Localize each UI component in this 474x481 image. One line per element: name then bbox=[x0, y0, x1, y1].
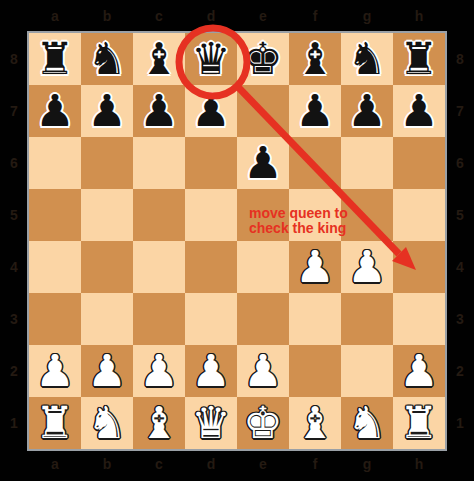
black-knight-g8: ♞ bbox=[347, 33, 386, 85]
square-a4[interactable] bbox=[29, 241, 81, 293]
square-d4[interactable] bbox=[185, 241, 237, 293]
file-label-top-b: b bbox=[81, 4, 133, 28]
rank-label-left-7: 7 bbox=[2, 85, 26, 137]
black-king-e8: ♚ bbox=[243, 33, 282, 85]
file-labels-bottom: abcdefgh bbox=[29, 452, 445, 476]
square-e8[interactable]: ♚ bbox=[237, 33, 289, 85]
annotation-text-line1: move queen to bbox=[249, 206, 348, 221]
rank-label-left-6: 6 bbox=[2, 137, 26, 189]
white-rook-h1: ♜ bbox=[399, 397, 438, 449]
square-g8[interactable]: ♞ bbox=[341, 33, 393, 85]
file-label-bottom-a: a bbox=[29, 452, 81, 476]
square-g5[interactable] bbox=[341, 189, 393, 241]
file-label-bottom-e: e bbox=[237, 452, 289, 476]
square-a5[interactable] bbox=[29, 189, 81, 241]
rank-label-left-8: 8 bbox=[2, 33, 26, 85]
white-pawn-a2: ♟ bbox=[35, 345, 74, 397]
white-bishop-c1: ♝ bbox=[139, 397, 178, 449]
black-knight-b8: ♞ bbox=[87, 33, 126, 85]
square-h4[interactable] bbox=[393, 241, 445, 293]
square-b2[interactable]: ♟ bbox=[81, 345, 133, 397]
square-d8[interactable]: ♛ bbox=[185, 33, 237, 85]
square-d1[interactable]: ♛ bbox=[185, 397, 237, 449]
rank-label-right-4: 4 bbox=[448, 241, 472, 293]
file-label-top-c: c bbox=[133, 4, 185, 28]
black-rook-a8: ♜ bbox=[35, 33, 74, 85]
square-h7[interactable]: ♟ bbox=[393, 85, 445, 137]
square-b1[interactable]: ♞ bbox=[81, 397, 133, 449]
square-e6[interactable]: ♟ bbox=[237, 137, 289, 189]
square-f3[interactable] bbox=[289, 293, 341, 345]
annotation-text-line2: check the king bbox=[249, 221, 348, 236]
black-pawn-e6: ♟ bbox=[243, 137, 282, 189]
square-f4[interactable]: ♟ bbox=[289, 241, 341, 293]
black-rook-h8: ♜ bbox=[399, 33, 438, 85]
rank-label-left-5: 5 bbox=[2, 189, 26, 241]
square-a8[interactable]: ♜ bbox=[29, 33, 81, 85]
square-d7[interactable]: ♟ bbox=[185, 85, 237, 137]
rank-label-left-3: 3 bbox=[2, 293, 26, 345]
square-f6[interactable] bbox=[289, 137, 341, 189]
board-frame: ♜♞♝♛♚♝♞♜♟♟♟♟♟♟♟♟♟♟♟♟♟♟♟♟♜♞♝♛♚♝♞♜ bbox=[27, 31, 447, 451]
rank-label-left-2: 2 bbox=[2, 345, 26, 397]
square-h5[interactable] bbox=[393, 189, 445, 241]
white-bishop-f1: ♝ bbox=[295, 397, 334, 449]
file-label-bottom-c: c bbox=[133, 452, 185, 476]
square-d3[interactable] bbox=[185, 293, 237, 345]
file-label-bottom-f: f bbox=[289, 452, 341, 476]
square-e3[interactable] bbox=[237, 293, 289, 345]
square-b6[interactable] bbox=[81, 137, 133, 189]
black-pawn-b7: ♟ bbox=[87, 85, 126, 137]
rank-label-left-4: 4 bbox=[2, 241, 26, 293]
square-c8[interactable]: ♝ bbox=[133, 33, 185, 85]
rank-label-right-1: 1 bbox=[448, 397, 472, 449]
square-b5[interactable] bbox=[81, 189, 133, 241]
white-pawn-e2: ♟ bbox=[243, 345, 282, 397]
rank-label-right-3: 3 bbox=[448, 293, 472, 345]
board: ♜♞♝♛♚♝♞♜♟♟♟♟♟♟♟♟♟♟♟♟♟♟♟♟♜♞♝♛♚♝♞♜ bbox=[29, 33, 445, 449]
square-a7[interactable]: ♟ bbox=[29, 85, 81, 137]
square-g1[interactable]: ♞ bbox=[341, 397, 393, 449]
rank-label-right-5: 5 bbox=[448, 189, 472, 241]
rank-labels-left: 87654321 bbox=[2, 33, 26, 449]
white-knight-g1: ♞ bbox=[347, 397, 386, 449]
black-pawn-a7: ♟ bbox=[35, 85, 74, 137]
square-d5[interactable] bbox=[185, 189, 237, 241]
square-e2[interactable]: ♟ bbox=[237, 345, 289, 397]
square-b8[interactable]: ♞ bbox=[81, 33, 133, 85]
square-h2[interactable]: ♟ bbox=[393, 345, 445, 397]
file-label-top-e: e bbox=[237, 4, 289, 28]
square-f1[interactable]: ♝ bbox=[289, 397, 341, 449]
square-b3[interactable] bbox=[81, 293, 133, 345]
rank-labels-right: 87654321 bbox=[448, 33, 472, 449]
square-c3[interactable] bbox=[133, 293, 185, 345]
black-pawn-h7: ♟ bbox=[399, 85, 438, 137]
square-g2[interactable] bbox=[341, 345, 393, 397]
white-pawn-h2: ♟ bbox=[399, 345, 438, 397]
white-pawn-b2: ♟ bbox=[87, 345, 126, 397]
white-queen-d1: ♛ bbox=[191, 397, 230, 449]
file-label-top-f: f bbox=[289, 4, 341, 28]
square-h1[interactable]: ♜ bbox=[393, 397, 445, 449]
rank-label-right-2: 2 bbox=[448, 345, 472, 397]
square-e1[interactable]: ♚ bbox=[237, 397, 289, 449]
white-king-e1: ♚ bbox=[243, 397, 282, 449]
black-pawn-c7: ♟ bbox=[139, 85, 178, 137]
square-f8[interactable]: ♝ bbox=[289, 33, 341, 85]
square-a2[interactable]: ♟ bbox=[29, 345, 81, 397]
white-pawn-d2: ♟ bbox=[191, 345, 230, 397]
square-e4[interactable] bbox=[237, 241, 289, 293]
square-g7[interactable]: ♟ bbox=[341, 85, 393, 137]
file-label-top-d: d bbox=[185, 4, 237, 28]
file-label-bottom-d: d bbox=[185, 452, 237, 476]
black-pawn-d7: ♟ bbox=[191, 85, 230, 137]
rank-label-right-7: 7 bbox=[448, 85, 472, 137]
square-b4[interactable] bbox=[81, 241, 133, 293]
square-c5[interactable] bbox=[133, 189, 185, 241]
square-a3[interactable] bbox=[29, 293, 81, 345]
rank-label-right-6: 6 bbox=[448, 137, 472, 189]
black-bishop-c8: ♝ bbox=[139, 33, 178, 85]
rank-label-right-8: 8 bbox=[448, 33, 472, 85]
square-f7[interactable]: ♟ bbox=[289, 85, 341, 137]
square-f2[interactable] bbox=[289, 345, 341, 397]
black-pawn-f7: ♟ bbox=[295, 85, 334, 137]
white-pawn-c2: ♟ bbox=[139, 345, 178, 397]
annotation-text: move queen to check the king bbox=[249, 206, 348, 235]
black-pawn-g7: ♟ bbox=[347, 85, 386, 137]
square-a6[interactable] bbox=[29, 137, 81, 189]
square-c2[interactable]: ♟ bbox=[133, 345, 185, 397]
file-labels-top: abcdefgh bbox=[29, 4, 445, 28]
square-c1[interactable]: ♝ bbox=[133, 397, 185, 449]
square-c7[interactable]: ♟ bbox=[133, 85, 185, 137]
square-h3[interactable] bbox=[393, 293, 445, 345]
square-c4[interactable] bbox=[133, 241, 185, 293]
file-label-bottom-g: g bbox=[341, 452, 393, 476]
file-label-top-h: h bbox=[393, 4, 445, 28]
white-knight-b1: ♞ bbox=[87, 397, 126, 449]
square-e7[interactable] bbox=[237, 85, 289, 137]
square-d2[interactable]: ♟ bbox=[185, 345, 237, 397]
black-bishop-f8: ♝ bbox=[295, 33, 334, 85]
square-c6[interactable] bbox=[133, 137, 185, 189]
black-queen-d8: ♛ bbox=[191, 33, 230, 85]
square-g3[interactable] bbox=[341, 293, 393, 345]
white-rook-a1: ♜ bbox=[35, 397, 74, 449]
square-b7[interactable]: ♟ bbox=[81, 85, 133, 137]
rank-label-left-1: 1 bbox=[2, 397, 26, 449]
file-label-bottom-b: b bbox=[81, 452, 133, 476]
square-a1[interactable]: ♜ bbox=[29, 397, 81, 449]
file-label-top-a: a bbox=[29, 4, 81, 28]
white-pawn-f4: ♟ bbox=[295, 241, 334, 293]
square-g6[interactable] bbox=[341, 137, 393, 189]
chess-lesson-screenshot: abcdefgh abcdefgh 87654321 87654321 ♜♞♝♛… bbox=[0, 0, 474, 481]
white-pawn-g4: ♟ bbox=[347, 241, 386, 293]
square-d6[interactable] bbox=[185, 137, 237, 189]
square-g4[interactable]: ♟ bbox=[341, 241, 393, 293]
square-h6[interactable] bbox=[393, 137, 445, 189]
square-h8[interactable]: ♜ bbox=[393, 33, 445, 85]
file-label-bottom-h: h bbox=[393, 452, 445, 476]
file-label-top-g: g bbox=[341, 4, 393, 28]
